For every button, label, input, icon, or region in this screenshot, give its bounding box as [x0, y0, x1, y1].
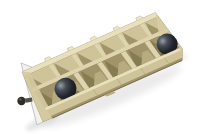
product-photo-canvas — [0, 0, 200, 134]
